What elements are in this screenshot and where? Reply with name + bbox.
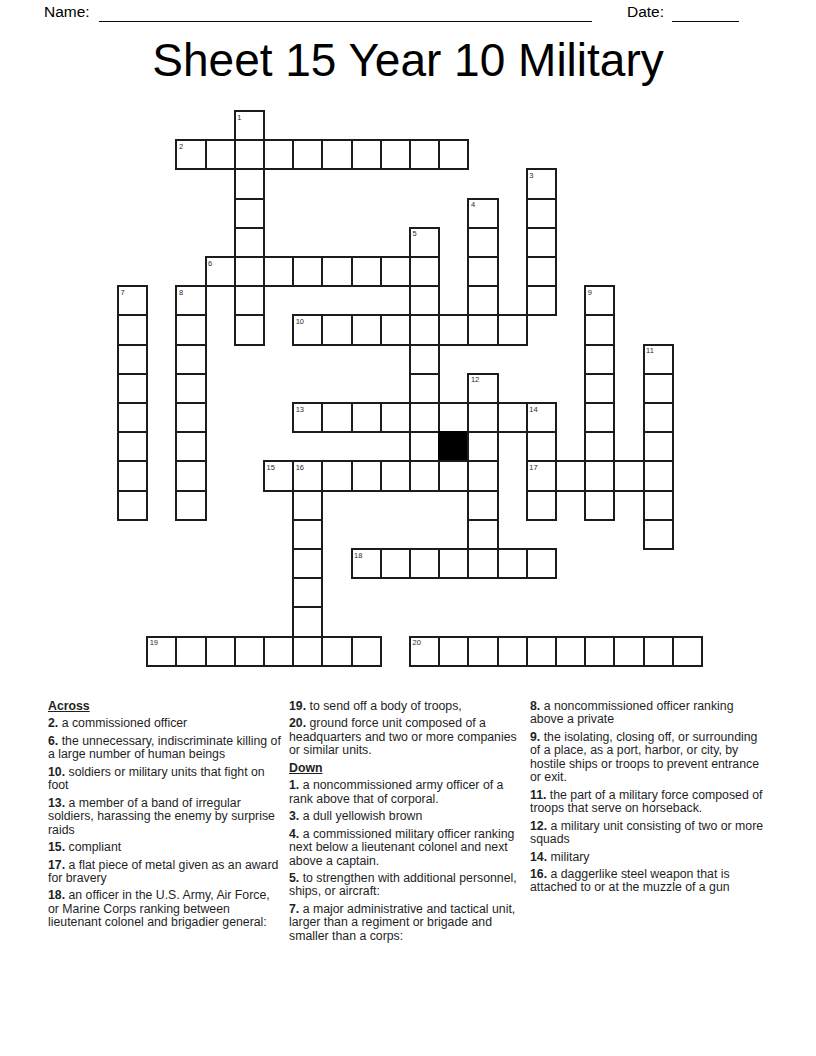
clue-4: 4. a commissioned military officer ranki…: [289, 828, 524, 868]
cell-number-19: 19: [150, 638, 158, 647]
clue-3: 3. a dull yellowish brown: [289, 810, 524, 823]
answer-cell-r10c6[interactable]: 13: [292, 402, 323, 433]
answer-cell-r18c10[interactable]: 20: [409, 636, 440, 667]
answer-cell-r2c14[interactable]: 3: [526, 168, 557, 199]
clue-2: 2. a commissioned officer: [48, 717, 283, 730]
answer-cell-r12c9[interactable]: [380, 460, 411, 491]
answer-cell-r9c16[interactable]: [584, 373, 615, 404]
clue-10: 10. soldiers or military units that figh…: [48, 766, 283, 793]
answer-cell-r12c0[interactable]: [117, 460, 148, 491]
answer-cell-r8c2[interactable]: [175, 344, 206, 375]
cell-number-8: 8: [179, 288, 183, 297]
answer-cell-r12c11[interactable]: [438, 460, 469, 491]
puzzle-title: Sheet 15 Year 10 Military: [0, 32, 816, 88]
answer-cell-r14c18[interactable]: [643, 519, 674, 550]
answer-cell-r9c10[interactable]: [409, 373, 440, 404]
answer-cell-r6c16[interactable]: 9: [584, 285, 615, 316]
answer-cell-r18c2[interactable]: [175, 636, 206, 667]
answer-cell-r15c14[interactable]: [526, 548, 557, 579]
answer-cell-r1c3[interactable]: [205, 139, 236, 170]
answer-cell-r12c6[interactable]: 16: [292, 460, 323, 491]
answer-cell-r11c12[interactable]: [467, 431, 498, 462]
answer-cell-r1c2[interactable]: 2: [175, 139, 206, 170]
answer-cell-r18c5[interactable]: [263, 636, 294, 667]
answer-cell-r6c4[interactable]: [234, 285, 265, 316]
answer-cell-r1c5[interactable]: [263, 139, 294, 170]
answer-cell-r7c2[interactable]: [175, 314, 206, 345]
answer-cell-r12c7[interactable]: [321, 460, 352, 491]
clue-13: 13. a member of a band of irregular sold…: [48, 797, 283, 837]
answer-cell-r10c9[interactable]: [380, 402, 411, 433]
clue-20: 20. ground force unit composed of a head…: [289, 717, 524, 757]
clue-19: 19. to send off a body of troops,: [289, 700, 524, 713]
clue-15: 15. compliant: [48, 841, 283, 854]
answer-cell-r18c13[interactable]: [497, 636, 528, 667]
answer-cell-r5c10[interactable]: [409, 256, 440, 287]
answer-cell-r7c9[interactable]: [380, 314, 411, 345]
across-header: Across: [48, 700, 283, 713]
answer-cell-r12c10[interactable]: [409, 460, 440, 491]
answer-cell-r10c12[interactable]: [467, 402, 498, 433]
cell-number-17: 17: [529, 463, 537, 472]
answer-cell-r10c8[interactable]: [351, 402, 382, 433]
answer-cell-r5c14[interactable]: [526, 256, 557, 287]
answer-cell-r7c8[interactable]: [351, 314, 382, 345]
clue-12: 12. a military unit consisting of two or…: [530, 820, 765, 847]
answer-cell-r15c8[interactable]: 18: [351, 548, 382, 579]
answer-cell-r7c13[interactable]: [497, 314, 528, 345]
cell-number-15: 15: [267, 463, 275, 472]
answer-cell-r7c4[interactable]: [234, 314, 265, 345]
answer-cell-r18c19[interactable]: [672, 636, 703, 667]
cell-number-6: 6: [208, 259, 212, 268]
answer-cell-r18c14[interactable]: [526, 636, 557, 667]
answer-cell-r13c0[interactable]: [117, 490, 148, 521]
answer-cell-r4c4[interactable]: [234, 227, 265, 258]
answer-cell-r18c3[interactable]: [205, 636, 236, 667]
answer-cell-r8c0[interactable]: [117, 344, 148, 375]
answer-cell-r7c7[interactable]: [321, 314, 352, 345]
answer-cell-r14c6[interactable]: [292, 519, 323, 550]
answer-cell-r10c18[interactable]: [643, 402, 674, 433]
answer-cell-r13c18[interactable]: [643, 490, 674, 521]
answer-cell-r18c8[interactable]: [351, 636, 382, 667]
answer-cell-r15c6[interactable]: [292, 548, 323, 579]
answer-cell-r7c10[interactable]: [409, 314, 440, 345]
clue-5: 5. to strengthen with additional personn…: [289, 872, 524, 899]
answer-cell-r14c12[interactable]: [467, 519, 498, 550]
answer-cell-r2c4[interactable]: [234, 168, 265, 199]
answer-cell-r18c4[interactable]: [234, 636, 265, 667]
clue-column-middle: 19. to send off a body of troops,20. gro…: [289, 700, 524, 947]
answer-cell-r16c6[interactable]: [292, 577, 323, 608]
answer-cell-r12c15[interactable]: [555, 460, 586, 491]
answer-cell-r7c0[interactable]: [117, 314, 148, 345]
answer-cell-r5c7[interactable]: [321, 256, 352, 287]
down-header: Down: [289, 762, 524, 775]
answer-cell-r5c8[interactable]: [351, 256, 382, 287]
answer-cell-r5c4[interactable]: [234, 256, 265, 287]
answer-cell-r5c5[interactable]: [263, 256, 294, 287]
cell-number-7: 7: [121, 288, 125, 297]
answer-cell-r10c11[interactable]: [438, 402, 469, 433]
answer-cell-r5c3[interactable]: 6: [205, 256, 236, 287]
cell-number-13: 13: [296, 405, 304, 414]
answer-cell-r13c12[interactable]: [467, 490, 498, 521]
answer-cell-r1c4[interactable]: [234, 139, 265, 170]
answer-cell-r18c18[interactable]: [643, 636, 674, 667]
answer-cell-r18c7[interactable]: [321, 636, 352, 667]
name-fill-line[interactable]: [99, 4, 592, 22]
answer-cell-r10c14[interactable]: 14: [526, 402, 557, 433]
answer-cell-r12c5[interactable]: 15: [263, 460, 294, 491]
answer-cell-r1c9[interactable]: [380, 139, 411, 170]
clue-14: 14. military: [530, 851, 765, 864]
answer-cell-r10c13[interactable]: [497, 402, 528, 433]
cell-number-11: 11: [646, 346, 654, 355]
cell-number-12: 12: [471, 375, 479, 384]
clue-9: 9. the isolating, closing off, or surrou…: [530, 731, 765, 785]
answer-cell-r6c0[interactable]: 7: [117, 285, 148, 316]
crossword-grid: 1234567891011121314151617181920: [117, 110, 703, 667]
answer-cell-r5c12[interactable]: [467, 256, 498, 287]
cell-number-5: 5: [413, 229, 417, 238]
answer-cell-r1c6[interactable]: [292, 139, 323, 170]
answer-cell-r12c16[interactable]: [584, 460, 615, 491]
answer-cell-r17c6[interactable]: [292, 606, 323, 637]
answer-cell-r11c18[interactable]: [643, 431, 674, 462]
answer-cell-r10c0[interactable]: [117, 402, 148, 433]
answer-cell-r10c16[interactable]: [584, 402, 615, 433]
answer-cell-r11c10[interactable]: [409, 431, 440, 462]
answer-cell-r13c14[interactable]: [526, 490, 557, 521]
answer-cell-r9c0[interactable]: [117, 373, 148, 404]
clue-8: 8. a noncommissioned officer ranking abo…: [530, 700, 765, 727]
answer-cell-r1c7[interactable]: [321, 139, 352, 170]
answer-cell-r10c2[interactable]: [175, 402, 206, 433]
cell-number-9: 9: [588, 288, 592, 297]
date-label: Date:: [627, 3, 664, 21]
answer-cell-r6c12[interactable]: [467, 285, 498, 316]
answer-cell-r8c16[interactable]: [584, 344, 615, 375]
clue-column-across: Across2. a commissioned officer6. the un…: [48, 700, 283, 934]
answer-cell-r15c13[interactable]: [497, 548, 528, 579]
answer-cell-r11c2[interactable]: [175, 431, 206, 462]
answer-cell-r12c17[interactable]: [613, 460, 644, 491]
cell-number-2: 2: [179, 142, 183, 151]
cell-number-1: 1: [237, 113, 241, 122]
answer-cell-r10c7[interactable]: [321, 402, 352, 433]
answer-cell-r10c10[interactable]: [409, 402, 440, 433]
answer-cell-r8c10[interactable]: [409, 344, 440, 375]
name-label: Name:: [44, 3, 90, 21]
answer-cell-r1c11[interactable]: [438, 139, 469, 170]
answer-cell-r12c12[interactable]: [467, 460, 498, 491]
answer-cell-r18c17[interactable]: [613, 636, 644, 667]
cell-number-20: 20: [413, 638, 421, 647]
answer-cell-r8c18[interactable]: 11: [643, 344, 674, 375]
answer-cell-r18c11[interactable]: [438, 636, 469, 667]
answer-cell-r9c12[interactable]: 12: [467, 373, 498, 404]
answer-cell-r7c12[interactable]: [467, 314, 498, 345]
date-fill-line[interactable]: [672, 4, 739, 22]
answer-cell-r11c0[interactable]: [117, 431, 148, 462]
answer-cell-r15c11[interactable]: [438, 548, 469, 579]
answer-cell-r6c2[interactable]: 8: [175, 285, 206, 316]
worksheet-page: Name: Date: Sheet 15 Year 10 Military 12…: [0, 0, 816, 1056]
clue-column-down: 8. a noncommissioned officer ranking abo…: [530, 700, 765, 899]
black-cell-r11c11: [438, 431, 469, 462]
answer-cell-r13c2[interactable]: [175, 490, 206, 521]
answer-cell-r12c14[interactable]: 17: [526, 460, 557, 491]
answer-cell-r4c10[interactable]: 5: [409, 227, 440, 258]
clue-18: 18. an officer in the U.S. Army, Air For…: [48, 889, 283, 929]
answer-cell-r18c12[interactable]: [467, 636, 498, 667]
answer-cell-r3c4[interactable]: [234, 198, 265, 229]
answer-cell-r18c1[interactable]: 19: [146, 636, 177, 667]
answer-cell-r15c12[interactable]: [467, 548, 498, 579]
answer-cell-r12c8[interactable]: [351, 460, 382, 491]
answer-cell-r6c14[interactable]: [526, 285, 557, 316]
cell-number-3: 3: [529, 171, 533, 180]
clue-1: 1. a noncommissioned army officer of a r…: [289, 779, 524, 806]
answer-cell-r3c14[interactable]: [526, 198, 557, 229]
answer-cell-r11c14[interactable]: [526, 431, 557, 462]
answer-cell-r5c9[interactable]: [380, 256, 411, 287]
answer-cell-r12c18[interactable]: [643, 460, 674, 491]
answer-cell-r18c6[interactable]: [292, 636, 323, 667]
answer-cell-r7c6[interactable]: 10: [292, 314, 323, 345]
answer-cell-r11c16[interactable]: [584, 431, 615, 462]
answer-cell-r5c6[interactable]: [292, 256, 323, 287]
answer-cell-r1c8[interactable]: [351, 139, 382, 170]
clue-16: 16. a daggerlike steel weapon that is at…: [530, 868, 765, 895]
answer-cell-r7c11[interactable]: [438, 314, 469, 345]
answer-cell-r15c9[interactable]: [380, 548, 411, 579]
cell-number-10: 10: [296, 317, 304, 326]
clue-7: 7. a major administrative and tactical u…: [289, 903, 524, 943]
answer-cell-r7c16[interactable]: [584, 314, 615, 345]
answer-cell-r13c6[interactable]: [292, 490, 323, 521]
clue-17: 17. a flat piece of metal given as an aw…: [48, 859, 283, 886]
answer-cell-r4c14[interactable]: [526, 227, 557, 258]
answer-cell-r3c12[interactable]: 4: [467, 198, 498, 229]
answer-cell-r6c10[interactable]: [409, 285, 440, 316]
answer-cell-r18c16[interactable]: [584, 636, 615, 667]
answer-cell-r12c2[interactable]: [175, 460, 206, 491]
clue-11: 11. the part of a military force compose…: [530, 789, 765, 816]
answer-cell-r1c10[interactable]: [409, 139, 440, 170]
cell-number-14: 14: [529, 405, 537, 414]
answer-cell-r0c4[interactable]: 1: [234, 110, 265, 141]
answer-cell-r13c16[interactable]: [584, 490, 615, 521]
answer-cell-r9c18[interactable]: [643, 373, 674, 404]
answer-cell-r15c10[interactable]: [409, 548, 440, 579]
cell-number-16: 16: [296, 463, 304, 472]
cell-number-4: 4: [471, 200, 475, 209]
answer-cell-r9c2[interactable]: [175, 373, 206, 404]
cell-number-18: 18: [354, 551, 362, 560]
answer-cell-r18c15[interactable]: [555, 636, 586, 667]
clue-6: 6. the unnecessary, indiscriminate killi…: [48, 735, 283, 762]
answer-cell-r4c12[interactable]: [467, 227, 498, 258]
